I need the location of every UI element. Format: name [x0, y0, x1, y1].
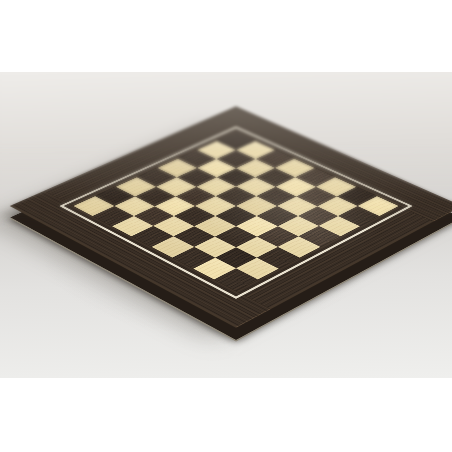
board-square-r2c7 — [319, 216, 360, 236]
board-square-r7c5 — [172, 247, 215, 269]
board-square-r4c6 — [257, 226, 299, 247]
frame-right-strip — [236, 206, 433, 309]
frame-near-strip — [10, 191, 271, 328]
board-square-r7c2 — [112, 216, 153, 236]
board-square-r7c4 — [152, 236, 194, 257]
board-square-r6c2 — [133, 206, 174, 226]
board-square-r6c3 — [153, 216, 194, 236]
board-square-r5c6 — [236, 236, 278, 257]
board-square-r7c3 — [132, 226, 174, 247]
board-square-r3c5 — [257, 206, 298, 226]
board-square-r6c7 — [236, 258, 279, 280]
chessboard-3d — [10, 106, 452, 328]
product-photo-background — [0, 72, 452, 378]
chessboard — [76, 72, 396, 366]
board-surface — [10, 106, 452, 328]
board-square-r1c7 — [339, 206, 380, 226]
board-square-r3c7 — [299, 226, 341, 247]
board-square-r5c7 — [257, 247, 300, 269]
board-square-r7c6 — [193, 258, 236, 280]
board-square-r4c5 — [236, 216, 277, 236]
board-square-r6c4 — [173, 226, 215, 247]
board-square-r4c7 — [278, 236, 320, 257]
image-canvas — [0, 0, 452, 452]
board-square-r6c5 — [194, 236, 236, 257]
board-square-r5c4 — [195, 216, 236, 236]
board-square-r5c3 — [174, 206, 215, 226]
board-square-r7c7 — [214, 268, 257, 290]
board-square-r5c5 — [215, 226, 257, 247]
board-square-r2c6 — [298, 206, 339, 226]
board-square-r3c6 — [277, 216, 318, 236]
board-square-r6c6 — [215, 247, 258, 269]
board-square-r7c1 — [92, 206, 133, 226]
board-square-r4c4 — [215, 206, 256, 226]
